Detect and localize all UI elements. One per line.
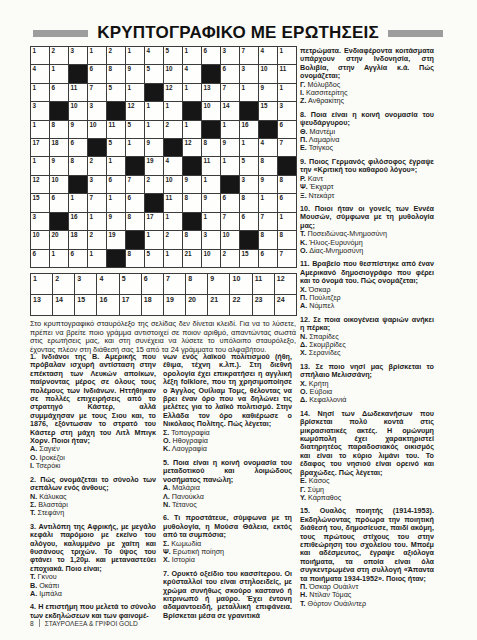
number-cell: 19 bbox=[145, 157, 164, 175]
number-cell: 11 bbox=[69, 84, 88, 102]
number-cell: 17 bbox=[31, 139, 50, 157]
number-cell: 12 bbox=[183, 139, 202, 157]
cell-number: 8 bbox=[71, 157, 75, 164]
cell-number: 1 bbox=[185, 47, 189, 54]
number-cell: 1 bbox=[221, 121, 240, 139]
number-cell: 12 bbox=[126, 102, 145, 120]
number-cell: 1 bbox=[50, 65, 69, 83]
number-cell: 5 bbox=[107, 84, 126, 102]
number-cell: 6 bbox=[126, 194, 145, 212]
cell-number: 3 bbox=[280, 102, 284, 109]
number-cell: 1 bbox=[69, 194, 88, 212]
cell-number: 2 bbox=[223, 250, 227, 257]
questions-column-middle: νων ενός λαϊκού πολιτισμού (ήθη, έθιμα, … bbox=[163, 353, 292, 620]
key-number: 21 bbox=[210, 296, 218, 303]
answer-option: Χ. Ιστορία bbox=[163, 556, 292, 564]
black-cell bbox=[240, 102, 259, 120]
number-cell: 3 bbox=[88, 102, 107, 120]
cell-number: 17 bbox=[33, 139, 40, 146]
cell-number: 1 bbox=[33, 84, 37, 91]
cell-number: 19 bbox=[109, 231, 116, 238]
page-title: ΚΡΥΠΤΟΓΡΑΦΙΚΟ ΜΕ ΕΡΩΤΗΣΕΙΣ bbox=[97, 23, 379, 43]
option-letter: Δ. bbox=[300, 395, 307, 404]
cell-number: 6 bbox=[52, 84, 56, 91]
black-cell bbox=[183, 213, 202, 231]
key-number: 8 bbox=[188, 275, 192, 282]
cell-number: 5 bbox=[147, 250, 151, 257]
answer-option: Α. Ιμπάλα bbox=[30, 590, 156, 598]
option-letter: Ξ. bbox=[300, 191, 307, 200]
number-cell: 3 bbox=[240, 176, 259, 194]
cell-number: 15 bbox=[261, 102, 268, 109]
black-cell bbox=[183, 157, 202, 175]
number-cell: 4 bbox=[145, 47, 164, 65]
cell-number: 8 bbox=[185, 194, 189, 201]
number-cell: 14 bbox=[221, 102, 240, 120]
cell-number: 15 bbox=[242, 250, 249, 257]
cell-number: 10 bbox=[204, 250, 211, 257]
cell-number: 8 bbox=[242, 194, 246, 201]
cell-number: 1 bbox=[128, 139, 132, 146]
number-cell: 9 bbox=[145, 139, 164, 157]
title-bar: ΚΡΥΠΤΟΓΡΑΦΙΚΟ ΜΕ ΕΡΩΤΗΣΕΙΣ bbox=[33, 23, 443, 43]
cell-number: 7 bbox=[90, 84, 94, 91]
key-cell: 4 bbox=[97, 274, 119, 295]
cell-number: 6 bbox=[280, 121, 284, 128]
key-cell: 13 bbox=[31, 295, 53, 316]
cell-number: 5 bbox=[166, 47, 170, 54]
number-cell: 6 bbox=[50, 84, 69, 102]
number-cell: 1 bbox=[240, 84, 259, 102]
number-cell: 8 bbox=[69, 157, 88, 175]
number-cell: 6 bbox=[240, 213, 259, 231]
cell-number: 16 bbox=[242, 121, 249, 128]
cell-number: 6 bbox=[261, 250, 265, 257]
letter-key-grid: 123456789101112131415161718192021222324 bbox=[30, 273, 297, 316]
cell-number: 5 bbox=[128, 121, 132, 128]
cell-number: 10 bbox=[166, 65, 173, 72]
cell-number: 9 bbox=[147, 139, 151, 146]
answer-option: Υ. Κάρπαθος bbox=[300, 494, 434, 502]
cell-number: 21 bbox=[185, 250, 192, 257]
cell-number: 9 bbox=[185, 176, 189, 183]
option-letter: Α. bbox=[300, 301, 307, 310]
cell-number: 8 bbox=[261, 231, 265, 238]
cell-number: 1 bbox=[128, 84, 132, 91]
key-cell: 6 bbox=[142, 274, 164, 295]
number-cell: 1 bbox=[259, 194, 278, 212]
key-cell: 11 bbox=[253, 274, 275, 295]
black-cell bbox=[202, 65, 221, 83]
cell-number: 7 bbox=[128, 176, 132, 183]
number-cell: 5 bbox=[145, 250, 164, 268]
number-cell: 10 bbox=[69, 102, 88, 120]
cell-number: 18 bbox=[71, 231, 78, 238]
cell-number: 10 bbox=[223, 231, 230, 238]
question-continuation: νων ενός λαϊκού πολιτισμού (ήθη, έθιμα, … bbox=[163, 353, 292, 429]
key-cell: 23 bbox=[253, 295, 275, 316]
key-cell: 24 bbox=[275, 295, 297, 316]
number-cell: 10 bbox=[202, 250, 221, 268]
number-cell: 3 bbox=[31, 102, 50, 120]
number-cell: 5 bbox=[126, 121, 145, 139]
cell-number: 1 bbox=[90, 47, 94, 54]
option-letter: Α. bbox=[30, 589, 37, 598]
cell-number: 20 bbox=[52, 231, 59, 238]
number-cell: 8 bbox=[107, 65, 126, 83]
key-number: 19 bbox=[166, 296, 174, 303]
number-cell: 9 bbox=[126, 65, 145, 83]
cell-number: 1 bbox=[280, 213, 284, 220]
key-number: 9 bbox=[210, 275, 214, 282]
number-cell: 5 bbox=[107, 139, 126, 157]
key-number: 11 bbox=[255, 275, 262, 282]
key-cell: 12 bbox=[275, 274, 297, 295]
cell-number: 4 bbox=[147, 47, 151, 54]
number-cell: 8 bbox=[259, 231, 278, 249]
key-cell: 18 bbox=[142, 295, 164, 316]
cell-number: 9 bbox=[128, 65, 132, 72]
cell-number: 2 bbox=[52, 47, 56, 54]
number-cell: 6 bbox=[69, 250, 88, 268]
answer-option: Χ. Σερανίδες bbox=[300, 349, 434, 357]
number-cell: 4 bbox=[259, 139, 278, 157]
option-letter: Ε. bbox=[300, 143, 307, 152]
number-cell: 3 bbox=[88, 176, 107, 194]
cell-number: 8 bbox=[261, 157, 265, 164]
cell-number: 12 bbox=[128, 102, 135, 109]
cell-number: 7 bbox=[223, 213, 227, 220]
question-text: 6. Τι προστάτευε, σύμφωνα με τη μυθολογί… bbox=[163, 514, 292, 539]
key-cell: 5 bbox=[120, 274, 142, 295]
cell-number: 10 bbox=[166, 176, 173, 183]
number-cell: 2 bbox=[164, 231, 183, 249]
key-number: 17 bbox=[122, 296, 130, 303]
black-cell bbox=[164, 139, 183, 157]
number-cell: 3 bbox=[69, 47, 88, 65]
number-cell: 9 bbox=[50, 157, 69, 175]
key-number: 24 bbox=[277, 296, 285, 303]
number-cell: 2 bbox=[50, 47, 69, 65]
cell-number: 9 bbox=[204, 194, 208, 201]
number-cell: 1 bbox=[202, 176, 221, 194]
number-cell: 3 bbox=[278, 102, 297, 120]
cell-number: 8 bbox=[280, 176, 284, 183]
option-letter: Τ. bbox=[30, 508, 36, 517]
key-number: 16 bbox=[99, 296, 107, 303]
cell-number: 8 bbox=[52, 121, 56, 128]
title-rule-right bbox=[388, 30, 443, 37]
number-cell: 9 bbox=[69, 121, 88, 139]
cell-number: 6 bbox=[242, 213, 246, 220]
number-cell: 4 bbox=[183, 65, 202, 83]
cell-number: 3 bbox=[204, 231, 208, 238]
cell-number: 1 bbox=[33, 47, 37, 54]
cell-number: 13 bbox=[204, 84, 211, 91]
cell-number: 9 bbox=[109, 213, 113, 220]
number-cell: 2 bbox=[145, 176, 164, 194]
cell-number: 12 bbox=[33, 176, 40, 183]
number-cell: 16 bbox=[240, 121, 259, 139]
key-cell: 15 bbox=[75, 295, 97, 316]
answer-option: Ε. Τσίγκος bbox=[300, 144, 434, 152]
black-cell bbox=[278, 157, 297, 175]
number-cell: 7 bbox=[221, 213, 240, 231]
black-cell bbox=[126, 231, 145, 249]
number-cell: 9 bbox=[183, 176, 202, 194]
number-cell: 8 bbox=[202, 139, 221, 157]
cell-number: 4 bbox=[261, 47, 265, 54]
cell-number: 3 bbox=[71, 47, 75, 54]
cell-number: 2 bbox=[166, 121, 170, 128]
cell-number: 19 bbox=[147, 157, 154, 164]
answer-option: Τ. Στεφάνη bbox=[30, 509, 156, 517]
cell-number: 17 bbox=[147, 213, 154, 220]
black-cell bbox=[69, 65, 88, 83]
question-text: 15. Ουαλός ποιητής (1914-1953). Εκδηλώνο… bbox=[300, 507, 434, 583]
answer-option: Α. Νόμπελ bbox=[300, 302, 434, 310]
cell-number: 1 bbox=[242, 139, 246, 146]
number-cell: 9 bbox=[221, 139, 240, 157]
number-cell: 9 bbox=[259, 84, 278, 102]
number-cell: 6 bbox=[278, 121, 297, 139]
number-cell: 3 bbox=[31, 213, 50, 231]
cell-number: 6 bbox=[280, 194, 284, 201]
number-cell: 7 bbox=[126, 176, 145, 194]
key-number: 4 bbox=[99, 275, 103, 282]
black-cell bbox=[259, 121, 278, 139]
key-number: 10 bbox=[232, 275, 240, 282]
cell-number: 1 bbox=[71, 194, 75, 201]
number-cell: 1 bbox=[31, 157, 50, 175]
page-number: 8 bbox=[30, 620, 34, 627]
question-text: 14. Νησί των Δωδεκανήσων που βρίσκεται π… bbox=[300, 410, 434, 477]
number-cell: 8 bbox=[240, 194, 259, 212]
cell-number: 5 bbox=[109, 84, 113, 91]
cell-number: 1 bbox=[147, 121, 151, 128]
black-cell bbox=[107, 102, 126, 120]
black-cell bbox=[240, 231, 259, 249]
question-text: 10. Ποιοι ήταν οι γονείς των Εννέα Μουσώ… bbox=[300, 205, 434, 230]
number-cell: 1 bbox=[126, 47, 145, 65]
cell-number: 14 bbox=[223, 102, 230, 109]
key-number: 14 bbox=[55, 296, 63, 303]
question-text: 7. Ορυκτό οξείδιο του κασσίτερου. Οι κρύ… bbox=[163, 570, 292, 620]
key-number: 6 bbox=[144, 275, 148, 282]
key-cell: 22 bbox=[230, 295, 252, 316]
key-number: 13 bbox=[33, 296, 41, 303]
key-cell: 2 bbox=[53, 274, 75, 295]
number-cell: 9 bbox=[259, 176, 278, 194]
black-cell bbox=[145, 84, 164, 102]
cell-number: 8 bbox=[128, 213, 132, 220]
number-cell: 7 bbox=[259, 213, 278, 231]
number-cell: 15 bbox=[240, 250, 259, 268]
number-cell: 6 bbox=[88, 65, 107, 83]
number-cell: 4 bbox=[164, 157, 183, 175]
number-cell: 7 bbox=[88, 194, 107, 212]
cell-number: 5 bbox=[109, 139, 113, 146]
cell-number: 1 bbox=[109, 157, 113, 164]
option-letter: Υ. bbox=[300, 493, 306, 502]
cell-number: 1 bbox=[109, 194, 113, 201]
key-number: 12 bbox=[277, 275, 285, 282]
cell-number: 6 bbox=[71, 250, 75, 257]
cell-number: 6 bbox=[128, 194, 132, 201]
number-cell: 1 bbox=[183, 84, 202, 102]
number-cell: 1 bbox=[107, 194, 126, 212]
key-number: 23 bbox=[255, 296, 263, 303]
cell-number: 11 bbox=[280, 65, 287, 72]
cell-number: 6 bbox=[33, 250, 37, 257]
instructions-paragraph: Στο κρυπτογραφικό σταυρόλεξο της σελίδας… bbox=[30, 320, 296, 354]
number-cell: 5 bbox=[164, 47, 183, 65]
answer-option: Δ. Κεφαλλονιά bbox=[300, 396, 434, 404]
number-cell: 7 bbox=[88, 84, 107, 102]
number-cell: 8 bbox=[259, 157, 278, 175]
key-cell: 21 bbox=[208, 295, 230, 316]
number-cell: 1 bbox=[88, 250, 107, 268]
number-cell: 6 bbox=[259, 250, 278, 268]
number-cell: 15 bbox=[31, 194, 50, 212]
cell-number: 9 bbox=[261, 176, 265, 183]
cell-number: 16 bbox=[71, 213, 78, 220]
number-cell: 13 bbox=[202, 84, 221, 102]
cell-number: 10 bbox=[90, 121, 97, 128]
number-cell: 12 bbox=[164, 84, 183, 102]
number-cell: 1 bbox=[278, 84, 297, 102]
number-cell: 8 bbox=[126, 250, 145, 268]
key-cell: 7 bbox=[164, 274, 186, 295]
number-cell: 1 bbox=[164, 102, 183, 120]
cell-number: 7 bbox=[280, 139, 284, 146]
cell-number: 5 bbox=[147, 65, 151, 72]
question-continuation: πετρώματα. Ενδιαφέροντα κοιτάσματα υπάρχ… bbox=[300, 47, 434, 81]
cell-number: 5 bbox=[242, 157, 246, 164]
cell-number: 1 bbox=[33, 157, 37, 164]
black-cell bbox=[88, 139, 107, 157]
black-cell bbox=[202, 121, 221, 139]
cell-number: 8 bbox=[128, 250, 132, 257]
option-letter: Ζ. bbox=[300, 96, 306, 105]
cell-number: 12 bbox=[166, 84, 173, 91]
number-cell: 1 bbox=[31, 84, 50, 102]
cell-number: 4 bbox=[185, 65, 189, 72]
cell-number: 4 bbox=[261, 139, 265, 146]
answer-option: Τ. Θόρτον Ουάιλντερ bbox=[300, 600, 434, 608]
answer-option: Ν. Τέτανος bbox=[163, 501, 292, 509]
number-cell: 1 bbox=[145, 121, 164, 139]
cell-number: 4 bbox=[33, 65, 37, 72]
cell-number: 6 bbox=[71, 139, 75, 146]
question-text: 4. Η επιστήμη που μελετά το σύνολο των ε… bbox=[30, 603, 156, 620]
number-cell: 11 bbox=[164, 194, 183, 212]
number-cell: 2 bbox=[88, 157, 107, 175]
number-cell: 10 bbox=[164, 65, 183, 83]
cell-number: 10 bbox=[71, 102, 78, 109]
cell-number: 11 bbox=[204, 157, 211, 164]
black-cell bbox=[126, 157, 145, 175]
black-cell bbox=[145, 194, 164, 212]
option-letter: Ο. bbox=[300, 246, 308, 255]
answer-option: Ι. Τσερόκι bbox=[30, 462, 156, 470]
cell-number: 3 bbox=[33, 102, 37, 109]
cell-number: 9 bbox=[261, 84, 265, 91]
number-cell: 3 bbox=[202, 231, 221, 249]
cell-number: 1 bbox=[33, 121, 37, 128]
cell-number: 1 bbox=[185, 84, 189, 91]
cell-number: 7 bbox=[261, 213, 265, 220]
key-cell: 14 bbox=[53, 295, 75, 316]
cell-number: 9 bbox=[223, 139, 227, 146]
number-cell: 2 bbox=[88, 231, 107, 249]
number-cell: 1 bbox=[278, 47, 297, 65]
magazine-name: ΣΤΑΥΡΟΛΕΞΑ & ΓΡΙΦΟΙ GOLD bbox=[45, 620, 138, 627]
cell-number: 2 bbox=[90, 231, 94, 238]
number-cell: 6 bbox=[278, 194, 297, 212]
cell-number: 8 bbox=[185, 231, 189, 238]
key-cell: 1 bbox=[31, 274, 53, 295]
number-cell: 9 bbox=[202, 194, 221, 212]
number-cell: 10 bbox=[164, 176, 183, 194]
cell-number: 10 bbox=[204, 102, 211, 109]
number-cell: 11 bbox=[107, 121, 126, 139]
number-cell: 1 bbox=[164, 250, 183, 268]
cell-number: 3 bbox=[90, 102, 94, 109]
key-number: 15 bbox=[77, 296, 85, 303]
cell-number: 1 bbox=[223, 121, 227, 128]
option-letter: Κ. bbox=[163, 444, 170, 453]
number-cell: 1 bbox=[145, 231, 164, 249]
cell-number: 1 bbox=[90, 213, 94, 220]
cell-number: 1 bbox=[52, 65, 56, 72]
cell-number: 3 bbox=[90, 176, 94, 183]
question-text: 11. Βραβείο που θεσπίστηκε από έναν Αμερ… bbox=[300, 260, 434, 285]
number-cell: 1 bbox=[183, 121, 202, 139]
title-rule-left bbox=[33, 30, 88, 37]
questions-column-left: 1. Ινδιάνοι της Β. Αμερικής που πρόβαλαν… bbox=[30, 353, 156, 620]
cell-number: 18 bbox=[52, 139, 59, 146]
number-cell: 4 bbox=[31, 65, 50, 83]
cell-number: 1 bbox=[128, 47, 132, 54]
key-cell: 16 bbox=[97, 295, 119, 316]
black-cell bbox=[50, 213, 69, 231]
black-cell bbox=[50, 102, 69, 120]
question-text: 3. Αντιλόπη της Αφρικής, με μεγάλο κεφάλ… bbox=[30, 523, 156, 573]
key-cell: 9 bbox=[208, 274, 230, 295]
option-letter: Τ. bbox=[300, 599, 306, 608]
cell-number: 8 bbox=[109, 65, 113, 72]
number-cell: 8 bbox=[126, 213, 145, 231]
cell-number: 1 bbox=[166, 102, 170, 109]
question-text: 5. Ποια είναι η κοινή ονομασία του μεταδ… bbox=[163, 459, 292, 484]
cell-number: 3 bbox=[242, 176, 246, 183]
key-number: 2 bbox=[55, 275, 59, 282]
cell-number: 7 bbox=[223, 84, 227, 91]
cell-number: 8 bbox=[204, 139, 208, 146]
crossword-grid: 1231214516374141689510463101116117511211… bbox=[30, 46, 297, 268]
cell-number: 10 bbox=[33, 231, 40, 238]
number-cell: 10 bbox=[31, 231, 50, 249]
cell-number: 1 bbox=[204, 176, 208, 183]
number-cell: 8 bbox=[278, 231, 297, 249]
answer-option: Ζ. Ανθρακίτης bbox=[300, 97, 434, 105]
cell-number: 6 bbox=[90, 65, 94, 72]
number-cell: 3 bbox=[240, 65, 259, 83]
cell-number: 1 bbox=[185, 121, 189, 128]
number-cell: 1 bbox=[88, 213, 107, 231]
question-text: 1. Ινδιάνοι της Β. Αμερικής που πρόβαλαν… bbox=[30, 353, 156, 445]
